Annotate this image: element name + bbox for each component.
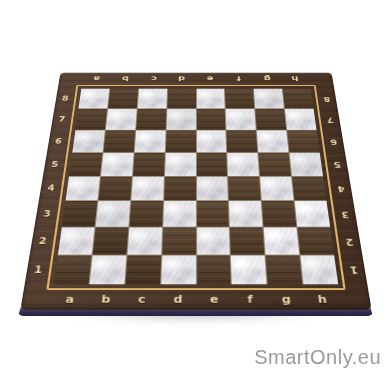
square-h5 [290, 153, 323, 176]
square-c3 [129, 201, 163, 227]
file-label-top-c: c [139, 75, 168, 83]
file-label-bottom-h: h [304, 293, 342, 306]
file-label-top-b: b [111, 75, 140, 83]
file-label-bottom-f: f [232, 293, 269, 306]
square-e6 [196, 130, 226, 152]
file-labels-bottom: abcdefgh [50, 290, 341, 309]
square-c6 [134, 130, 165, 152]
square-b4 [98, 176, 131, 200]
file-label-top-a: a [82, 75, 111, 83]
rank-label-right-5: 5 [326, 152, 349, 176]
square-d6 [165, 130, 195, 152]
square-g4 [260, 176, 293, 200]
square-h4 [292, 176, 326, 200]
file-label-bottom-b: b [87, 293, 124, 306]
square-a2 [58, 228, 94, 255]
square-c7 [136, 109, 166, 130]
square-h3 [295, 201, 330, 227]
rank-label-right-2: 2 [337, 227, 363, 255]
square-g3 [262, 201, 296, 227]
rank-label-right-3: 3 [333, 201, 358, 227]
file-label-bottom-e: e [196, 293, 232, 306]
square-f3 [229, 201, 263, 227]
file-label-bottom-a: a [51, 293, 89, 306]
square-g5 [259, 153, 291, 176]
rank-label-right-1: 1 [341, 255, 368, 284]
square-f4 [228, 176, 261, 200]
square-a7 [76, 109, 107, 130]
file-labels-top: abcdefgh [82, 73, 310, 83]
square-g6 [257, 130, 289, 152]
square-d4 [164, 176, 196, 200]
file-label-bottom-c: c [123, 293, 160, 306]
square-a4 [66, 176, 100, 200]
square-d8 [167, 89, 196, 109]
file-label-top-e: e [196, 75, 224, 83]
square-f5 [228, 153, 260, 176]
watermark: SmartOnly.eu [254, 346, 381, 369]
square-a8 [79, 89, 110, 109]
square-f8 [225, 89, 254, 109]
playfield [46, 85, 346, 290]
rank-label-right-8: 8 [316, 89, 337, 109]
square-f6 [227, 130, 258, 152]
square-b8 [108, 89, 138, 109]
square-h6 [287, 130, 319, 152]
chess-board: abcdefgh abcdefgh 87654321 87654321 [20, 73, 371, 310]
square-d5 [165, 153, 196, 176]
file-label-top-d: d [168, 75, 196, 83]
square-c5 [133, 153, 165, 176]
square-e4 [197, 176, 229, 200]
square-e2 [197, 228, 231, 255]
square-g7 [255, 109, 286, 130]
rank-label-right-6: 6 [322, 130, 345, 152]
square-g1 [266, 256, 303, 285]
square-c4 [131, 176, 164, 200]
square-b1 [89, 256, 126, 285]
rank-label-right-4: 4 [329, 176, 353, 201]
square-f2 [230, 228, 265, 255]
board-grid [54, 89, 338, 285]
square-d2 [162, 228, 196, 255]
square-e5 [196, 153, 227, 176]
square-b2 [93, 228, 128, 255]
square-a6 [72, 130, 104, 152]
square-c8 [137, 89, 166, 109]
square-g8 [254, 89, 284, 109]
square-a1 [54, 256, 92, 285]
square-a3 [62, 201, 97, 227]
product-photo: abcdefgh abcdefgh 87654321 87654321 [0, 0, 388, 388]
square-b7 [106, 109, 137, 130]
square-e8 [196, 89, 225, 109]
file-label-bottom-d: d [160, 293, 196, 306]
square-b3 [96, 201, 130, 227]
file-label-top-g: g [252, 75, 281, 83]
square-g2 [264, 228, 299, 255]
square-d1 [161, 256, 196, 285]
rank-label-right-7: 7 [319, 109, 341, 130]
square-b5 [101, 153, 133, 176]
file-label-bottom-g: g [268, 293, 305, 306]
square-h2 [298, 228, 334, 255]
square-e7 [196, 109, 225, 130]
square-f1 [231, 256, 267, 285]
square-f7 [226, 109, 256, 130]
square-a5 [69, 153, 102, 176]
square-d7 [166, 109, 195, 130]
square-h8 [283, 89, 314, 109]
square-d3 [163, 201, 196, 227]
square-c2 [127, 228, 162, 255]
square-e1 [197, 256, 232, 285]
square-b6 [103, 130, 135, 152]
file-label-top-h: h [281, 75, 310, 83]
square-c1 [125, 256, 161, 285]
square-h1 [301, 256, 339, 285]
square-e3 [197, 201, 230, 227]
square-h7 [285, 109, 316, 130]
file-label-top-f: f [224, 75, 253, 83]
